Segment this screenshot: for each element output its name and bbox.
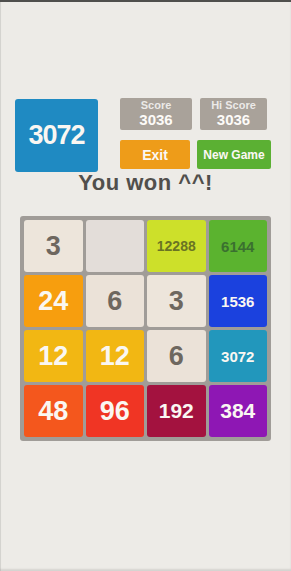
score-box: Score 3036 — [120, 98, 192, 130]
tile-192: 192 — [147, 385, 206, 437]
score-value: 3036 — [139, 112, 172, 128]
board[interactable]: 3122886144246315361212630724896192384 — [20, 216, 271, 441]
tile-12288: 12288 — [147, 220, 206, 272]
tile-6: 6 — [147, 330, 206, 382]
empty-cell — [86, 220, 145, 272]
tile-12: 12 — [24, 330, 83, 382]
tile-6144: 6144 — [209, 220, 268, 272]
tile-96: 96 — [86, 385, 145, 437]
hi-score-box: Hi Score 3036 — [200, 98, 267, 130]
tile-6: 6 — [86, 275, 145, 327]
tile-3: 3 — [147, 275, 206, 327]
best-tile: 3072 — [15, 99, 98, 172]
new-game-button[interactable]: New Game — [197, 140, 271, 169]
tile-3072: 3072 — [209, 330, 268, 382]
exit-button[interactable]: Exit — [120, 140, 190, 169]
win-message: You won ^^! — [0, 170, 291, 196]
tile-12: 12 — [86, 330, 145, 382]
game-screen: 3072 Score 3036 Hi Score 3036 Exit New G… — [0, 0, 291, 571]
tile-1536: 1536 — [209, 275, 268, 327]
tile-3: 3 — [24, 220, 83, 272]
tile-384: 384 — [209, 385, 268, 437]
tile-24: 24 — [24, 275, 83, 327]
tile-48: 48 — [24, 385, 83, 437]
hi-score-value: 3036 — [217, 112, 250, 128]
